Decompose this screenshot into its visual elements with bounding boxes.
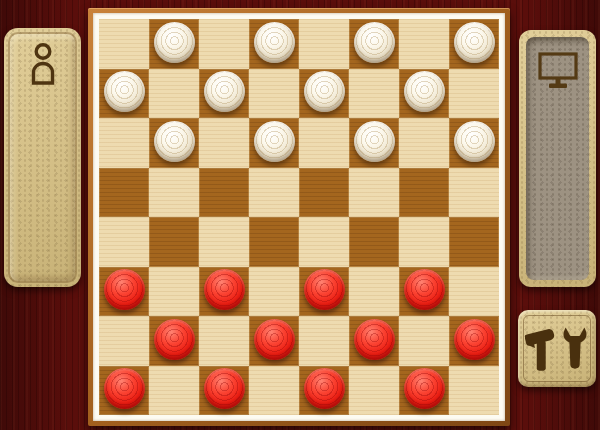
square-c5[interactable] [199, 168, 249, 218]
square-e4 [299, 217, 349, 267]
square-a4 [99, 217, 149, 267]
white-piece-h8[interactable] [454, 22, 495, 63]
red-piece-e1[interactable] [304, 368, 345, 409]
board-frame [88, 8, 510, 426]
square-h4[interactable] [449, 217, 499, 267]
square-a2 [99, 316, 149, 366]
hammer-and-wrench-icon [525, 326, 589, 372]
square-b8[interactable] [149, 19, 199, 69]
square-d5 [249, 168, 299, 218]
square-f7 [349, 69, 399, 119]
square-h3 [449, 267, 499, 317]
square-c4 [199, 217, 249, 267]
square-e6 [299, 118, 349, 168]
white-piece-e7[interactable] [304, 71, 345, 112]
square-c3[interactable] [199, 267, 249, 317]
white-piece-g7[interactable] [404, 71, 445, 112]
white-piece-b6[interactable] [154, 121, 195, 162]
player-panel-human[interactable] [4, 28, 81, 287]
square-g6 [399, 118, 449, 168]
square-e1[interactable] [299, 366, 349, 416]
square-g1[interactable] [399, 366, 449, 416]
square-e7[interactable] [299, 69, 349, 119]
red-piece-a3[interactable] [104, 269, 145, 310]
square-b3 [149, 267, 199, 317]
square-b4[interactable] [149, 217, 199, 267]
square-c7[interactable] [199, 69, 249, 119]
red-piece-c1[interactable] [204, 368, 245, 409]
square-c2 [199, 316, 249, 366]
red-piece-g1[interactable] [404, 368, 445, 409]
square-a1[interactable] [99, 366, 149, 416]
square-g3[interactable] [399, 267, 449, 317]
player-panel-computer[interactable] [519, 30, 596, 287]
red-piece-d2[interactable] [254, 319, 295, 360]
square-c1[interactable] [199, 366, 249, 416]
board-border [93, 13, 505, 421]
square-f1 [349, 366, 399, 416]
square-h2[interactable] [449, 316, 499, 366]
checkers-game-window [0, 0, 600, 430]
square-h8[interactable] [449, 19, 499, 69]
square-f4[interactable] [349, 217, 399, 267]
white-piece-d6[interactable] [254, 121, 295, 162]
square-e2 [299, 316, 349, 366]
square-f8[interactable] [349, 19, 399, 69]
square-c6 [199, 118, 249, 168]
red-piece-a1[interactable] [104, 368, 145, 409]
white-piece-d8[interactable] [254, 22, 295, 63]
white-piece-h6[interactable] [454, 121, 495, 162]
square-h1 [449, 366, 499, 416]
red-piece-g3[interactable] [404, 269, 445, 310]
square-b6[interactable] [149, 118, 199, 168]
computer-panel-inner [526, 37, 589, 280]
red-piece-b2[interactable] [154, 319, 195, 360]
square-f6[interactable] [349, 118, 399, 168]
white-piece-b8[interactable] [154, 22, 195, 63]
white-piece-f8[interactable] [354, 22, 395, 63]
square-h7 [449, 69, 499, 119]
red-piece-e3[interactable] [304, 269, 345, 310]
red-piece-f2[interactable] [354, 319, 395, 360]
checkers-board [99, 19, 499, 415]
square-d1 [249, 366, 299, 416]
square-a7[interactable] [99, 69, 149, 119]
settings-button[interactable] [518, 310, 596, 387]
square-b5 [149, 168, 199, 218]
square-d7 [249, 69, 299, 119]
square-f3 [349, 267, 399, 317]
square-h6[interactable] [449, 118, 499, 168]
square-c8 [199, 19, 249, 69]
square-g8 [399, 19, 449, 69]
red-piece-h2[interactable] [454, 319, 495, 360]
square-e3[interactable] [299, 267, 349, 317]
square-a5[interactable] [99, 168, 149, 218]
square-b2[interactable] [149, 316, 199, 366]
square-b7 [149, 69, 199, 119]
square-e8 [299, 19, 349, 69]
white-piece-a7[interactable] [104, 71, 145, 112]
person-icon [25, 41, 61, 85]
square-a3[interactable] [99, 267, 149, 317]
square-f5 [349, 168, 399, 218]
white-piece-c7[interactable] [204, 71, 245, 112]
square-d4[interactable] [249, 217, 299, 267]
square-f2[interactable] [349, 316, 399, 366]
square-d3 [249, 267, 299, 317]
square-e5[interactable] [299, 168, 349, 218]
computer-monitor-icon [537, 51, 579, 89]
red-piece-c3[interactable] [204, 269, 245, 310]
square-b1 [149, 366, 199, 416]
square-d6[interactable] [249, 118, 299, 168]
white-piece-f6[interactable] [354, 121, 395, 162]
square-g2 [399, 316, 449, 366]
square-a6 [99, 118, 149, 168]
square-d2[interactable] [249, 316, 299, 366]
square-g4 [399, 217, 449, 267]
square-d8[interactable] [249, 19, 299, 69]
square-g5[interactable] [399, 168, 449, 218]
square-h5 [449, 168, 499, 218]
square-g7[interactable] [399, 69, 449, 119]
square-a8 [99, 19, 149, 69]
